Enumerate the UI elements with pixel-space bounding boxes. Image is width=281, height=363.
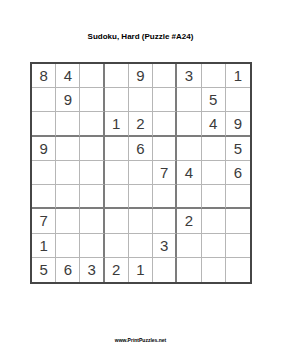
cell-r1c2[interactable]: 4 — [56, 64, 80, 88]
cell-r3c8[interactable]: 4 — [202, 112, 226, 136]
cell-r8c2[interactable] — [56, 234, 80, 258]
cell-r2c3[interactable] — [80, 88, 104, 112]
cell-r9c8[interactable] — [202, 258, 226, 282]
cell-r2c4[interactable] — [105, 88, 129, 112]
cell-r5c1[interactable] — [32, 161, 56, 185]
cell-r6c7[interactable] — [177, 185, 201, 209]
cell-r3c2[interactable] — [56, 112, 80, 136]
cell-r5c7[interactable]: 4 — [177, 161, 201, 185]
cell-r1c3[interactable] — [80, 64, 104, 88]
cell-r7c3[interactable] — [80, 209, 104, 233]
cell-r9c2[interactable]: 6 — [56, 258, 80, 282]
cell-r2c2[interactable]: 9 — [56, 88, 80, 112]
cell-r4c8[interactable] — [202, 137, 226, 161]
cell-r7c7[interactable]: 2 — [177, 209, 201, 233]
cell-r2c1[interactable] — [32, 88, 56, 112]
cell-r4c7[interactable] — [177, 137, 201, 161]
cell-r4c1[interactable]: 9 — [32, 137, 56, 161]
cell-r7c5[interactable] — [129, 209, 153, 233]
cell-r4c6[interactable] — [153, 137, 177, 161]
cell-r4c5[interactable]: 6 — [129, 137, 153, 161]
cell-r6c9[interactable] — [226, 185, 250, 209]
cell-r9c3[interactable]: 3 — [80, 258, 104, 282]
cell-r1c5[interactable]: 9 — [129, 64, 153, 88]
cell-r1c6[interactable] — [153, 64, 177, 88]
cell-r8c8[interactable] — [202, 234, 226, 258]
cell-r9c6[interactable] — [153, 258, 177, 282]
cell-r5c3[interactable] — [80, 161, 104, 185]
cell-r7c8[interactable] — [202, 209, 226, 233]
cell-r2c5[interactable] — [129, 88, 153, 112]
cell-r1c9[interactable]: 1 — [226, 64, 250, 88]
cell-r2c7[interactable] — [177, 88, 201, 112]
cell-r7c2[interactable] — [56, 209, 80, 233]
cell-r4c3[interactable] — [80, 137, 104, 161]
cell-r6c2[interactable] — [56, 185, 80, 209]
cell-r4c4[interactable] — [105, 137, 129, 161]
cell-r4c2[interactable] — [56, 137, 80, 161]
cell-r1c7[interactable]: 3 — [177, 64, 201, 88]
cell-r6c4[interactable] — [105, 185, 129, 209]
cell-r2c6[interactable] — [153, 88, 177, 112]
sudoku-grid: 84931951249965746721356321 — [30, 62, 252, 284]
cell-r6c5[interactable] — [129, 185, 153, 209]
cell-r7c6[interactable] — [153, 209, 177, 233]
cell-r8c4[interactable] — [105, 234, 129, 258]
cell-r5c6[interactable]: 7 — [153, 161, 177, 185]
cell-r8c6[interactable]: 3 — [153, 234, 177, 258]
cell-r3c1[interactable] — [32, 112, 56, 136]
cell-r1c8[interactable] — [202, 64, 226, 88]
cell-r2c9[interactable] — [226, 88, 250, 112]
cell-r9c5[interactable]: 1 — [129, 258, 153, 282]
puzzle-page: Sudoku, Hard (Puzzle #A24) 8493195124996… — [0, 0, 281, 363]
cell-r6c8[interactable] — [202, 185, 226, 209]
cell-r7c4[interactable] — [105, 209, 129, 233]
cell-r8c3[interactable] — [80, 234, 104, 258]
cell-r4c9[interactable]: 5 — [226, 137, 250, 161]
cell-r5c4[interactable] — [105, 161, 129, 185]
cell-r2c8[interactable]: 5 — [202, 88, 226, 112]
cell-r5c8[interactable] — [202, 161, 226, 185]
cell-r3c3[interactable] — [80, 112, 104, 136]
cell-r7c9[interactable] — [226, 209, 250, 233]
cell-r3c9[interactable]: 9 — [226, 112, 250, 136]
cell-r3c6[interactable] — [153, 112, 177, 136]
cell-r5c2[interactable] — [56, 161, 80, 185]
cell-r1c4[interactable] — [105, 64, 129, 88]
cell-r1c1[interactable]: 8 — [32, 64, 56, 88]
cell-r3c7[interactable] — [177, 112, 201, 136]
cell-r3c4[interactable]: 1 — [105, 112, 129, 136]
cell-r6c6[interactable] — [153, 185, 177, 209]
puzzle-title: Sudoku, Hard (Puzzle #A24) — [0, 32, 281, 41]
cell-r6c1[interactable] — [32, 185, 56, 209]
cell-r8c7[interactable] — [177, 234, 201, 258]
cell-r9c9[interactable] — [226, 258, 250, 282]
cell-r8c1[interactable]: 1 — [32, 234, 56, 258]
cell-r8c5[interactable] — [129, 234, 153, 258]
cell-r6c3[interactable] — [80, 185, 104, 209]
cell-r9c4[interactable]: 2 — [105, 258, 129, 282]
cell-r5c9[interactable]: 6 — [226, 161, 250, 185]
cell-r3c5[interactable]: 2 — [129, 112, 153, 136]
footer-url: www.PrintPuzzles.net — [0, 337, 281, 343]
cell-r8c9[interactable] — [226, 234, 250, 258]
cell-r9c1[interactable]: 5 — [32, 258, 56, 282]
cell-r9c7[interactable] — [177, 258, 201, 282]
cell-r7c1[interactable]: 7 — [32, 209, 56, 233]
cell-r5c5[interactable] — [129, 161, 153, 185]
